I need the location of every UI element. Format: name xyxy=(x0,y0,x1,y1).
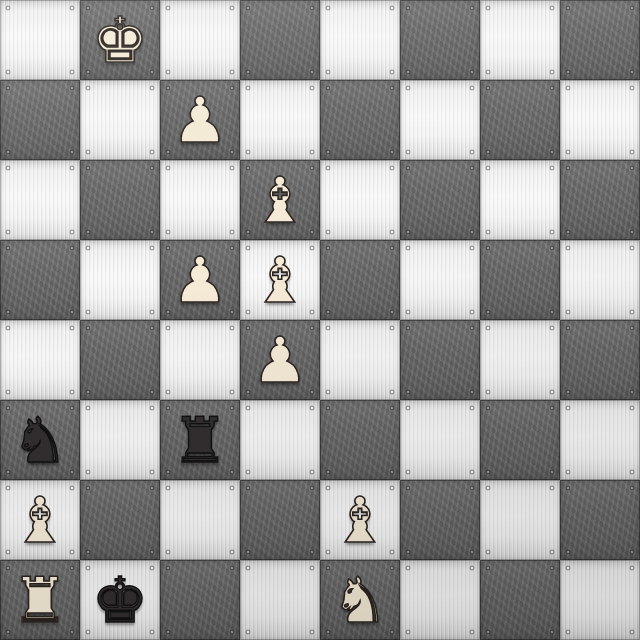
square-a4[interactable] xyxy=(0,320,80,400)
square-e6[interactable] xyxy=(320,160,400,240)
black-rook-piece[interactable]: ♜ xyxy=(172,409,228,472)
square-f7[interactable] xyxy=(400,80,480,160)
square-c8[interactable] xyxy=(160,0,240,80)
square-b6[interactable] xyxy=(80,160,160,240)
square-b4[interactable] xyxy=(80,320,160,400)
square-g4[interactable] xyxy=(480,320,560,400)
square-a2[interactable]: ♝ xyxy=(0,480,80,560)
white-bishop-piece[interactable]: ♝ xyxy=(252,169,308,232)
square-e3[interactable] xyxy=(320,400,400,480)
square-b8[interactable]: ♚ xyxy=(80,0,160,80)
square-f2[interactable] xyxy=(400,480,480,560)
square-e1[interactable]: ♞ xyxy=(320,560,400,640)
square-g2[interactable] xyxy=(480,480,560,560)
white-rook-piece[interactable]: ♜ xyxy=(12,569,68,632)
square-a6[interactable] xyxy=(0,160,80,240)
square-e2[interactable]: ♝ xyxy=(320,480,400,560)
square-a3[interactable]: ♞ xyxy=(0,400,80,480)
white-pawn-piece[interactable]: ♟ xyxy=(172,89,228,152)
white-bishop-piece[interactable]: ♝ xyxy=(252,249,308,312)
square-c7[interactable]: ♟ xyxy=(160,80,240,160)
square-a8[interactable] xyxy=(0,0,80,80)
square-c4[interactable] xyxy=(160,320,240,400)
square-b3[interactable] xyxy=(80,400,160,480)
square-f6[interactable] xyxy=(400,160,480,240)
square-g8[interactable] xyxy=(480,0,560,80)
black-knight-piece[interactable]: ♞ xyxy=(12,409,68,472)
square-h3[interactable] xyxy=(560,400,640,480)
square-d3[interactable] xyxy=(240,400,320,480)
square-e7[interactable] xyxy=(320,80,400,160)
square-a1[interactable]: ♜ xyxy=(0,560,80,640)
square-a5[interactable] xyxy=(0,240,80,320)
square-c3[interactable]: ♜ xyxy=(160,400,240,480)
square-d2[interactable] xyxy=(240,480,320,560)
square-h2[interactable] xyxy=(560,480,640,560)
square-d8[interactable] xyxy=(240,0,320,80)
square-h7[interactable] xyxy=(560,80,640,160)
square-h5[interactable] xyxy=(560,240,640,320)
square-f5[interactable] xyxy=(400,240,480,320)
square-f8[interactable] xyxy=(400,0,480,80)
white-knight-piece[interactable]: ♞ xyxy=(332,569,388,632)
square-f3[interactable] xyxy=(400,400,480,480)
black-king-piece[interactable]: ♚ xyxy=(92,569,148,632)
square-g5[interactable] xyxy=(480,240,560,320)
chess-board: ♚♟♝♟♝♟♞♜♝♝♜♚♞ xyxy=(0,0,640,640)
square-g7[interactable] xyxy=(480,80,560,160)
square-h8[interactable] xyxy=(560,0,640,80)
square-d6[interactable]: ♝ xyxy=(240,160,320,240)
square-a7[interactable] xyxy=(0,80,80,160)
square-g1[interactable] xyxy=(480,560,560,640)
square-e4[interactable] xyxy=(320,320,400,400)
square-e8[interactable] xyxy=(320,0,400,80)
square-f4[interactable] xyxy=(400,320,480,400)
square-d7[interactable] xyxy=(240,80,320,160)
square-c5[interactable]: ♟ xyxy=(160,240,240,320)
square-d1[interactable] xyxy=(240,560,320,640)
white-pawn-piece[interactable]: ♟ xyxy=(172,249,228,312)
square-e5[interactable] xyxy=(320,240,400,320)
square-b2[interactable] xyxy=(80,480,160,560)
white-bishop-piece[interactable]: ♝ xyxy=(12,489,68,552)
square-h6[interactable] xyxy=(560,160,640,240)
square-b1[interactable]: ♚ xyxy=(80,560,160,640)
square-h1[interactable] xyxy=(560,560,640,640)
white-pawn-piece[interactable]: ♟ xyxy=(252,329,308,392)
square-b7[interactable] xyxy=(80,80,160,160)
square-c2[interactable] xyxy=(160,480,240,560)
square-b5[interactable] xyxy=(80,240,160,320)
square-d5[interactable]: ♝ xyxy=(240,240,320,320)
square-f1[interactable] xyxy=(400,560,480,640)
square-c1[interactable] xyxy=(160,560,240,640)
square-g3[interactable] xyxy=(480,400,560,480)
square-g6[interactable] xyxy=(480,160,560,240)
white-king-piece[interactable]: ♚ xyxy=(92,9,148,72)
square-c6[interactable] xyxy=(160,160,240,240)
white-bishop-piece[interactable]: ♝ xyxy=(332,489,388,552)
square-d4[interactable]: ♟ xyxy=(240,320,320,400)
square-h4[interactable] xyxy=(560,320,640,400)
